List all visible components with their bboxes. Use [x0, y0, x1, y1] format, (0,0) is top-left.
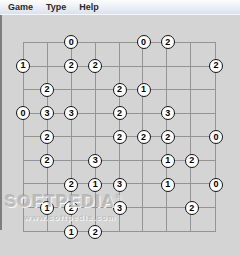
- clue-circle-8-4: 0: [209, 130, 223, 144]
- clue-circle-1-2: 2: [40, 83, 54, 97]
- menu-game[interactable]: Game: [6, 1, 35, 13]
- clue-circle-3-1: 2: [88, 59, 102, 73]
- clue-circle-0-3: 0: [16, 106, 30, 120]
- clue-circle-4-6: 3: [113, 178, 127, 192]
- menu-type[interactable]: Type: [44, 1, 68, 13]
- clue-circle-3-8: 2: [88, 225, 102, 239]
- cell-r2c7[interactable]: [191, 90, 215, 114]
- clue-circle-4-4: 2: [113, 130, 127, 144]
- clue-circle-1-4: 2: [40, 130, 54, 144]
- clue-circle-5-0: 0: [137, 35, 151, 49]
- clue-circle-7-5: 2: [185, 154, 199, 168]
- menu-help[interactable]: Help: [77, 1, 101, 13]
- menu-bar: Game Type Help: [0, 0, 240, 15]
- clue-circle-6-3: 3: [161, 106, 175, 120]
- clue-circle-7-7: 2: [185, 201, 199, 215]
- clue-circle-0-1: 1: [16, 59, 30, 73]
- cell-r7c5[interactable]: [143, 208, 167, 232]
- clue-circle-6-0: 2: [161, 35, 175, 49]
- clue-circle-4-7: 3: [113, 201, 127, 215]
- clue-circle-4-3: 2: [113, 106, 127, 120]
- clue-circle-2-7: 2: [64, 201, 78, 215]
- clue-circle-2-6: 2: [64, 178, 78, 192]
- clue-circle-8-6: 0: [209, 178, 223, 192]
- clue-circle-2-3: 3: [64, 106, 78, 120]
- clue-circle-2-1: 2: [64, 59, 78, 73]
- clue-circle-6-5: 1: [161, 154, 175, 168]
- clue-circle-4-2: 2: [113, 83, 127, 97]
- clue-circle-1-5: 2: [40, 154, 54, 168]
- clue-circle-5-4: 2: [137, 130, 151, 144]
- cell-r1c6[interactable]: [167, 67, 191, 91]
- clue-circle-8-1: 2: [209, 59, 223, 73]
- clue-circle-1-7: 1: [40, 201, 54, 215]
- clue-circle-6-4: 2: [161, 130, 175, 144]
- clue-circle-1-3: 3: [40, 106, 54, 120]
- clue-circle-6-6: 1: [161, 178, 175, 192]
- clue-circle-2-0: 0: [64, 35, 78, 49]
- clue-circle-3-5: 3: [88, 154, 102, 168]
- clue-circle-5-2: 1: [137, 83, 151, 97]
- window-left-border: [0, 15, 2, 230]
- clue-circle-2-8: 1: [64, 225, 78, 239]
- slant-board: 00212222210332322220231221310123212: [23, 42, 216, 232]
- clue-circle-3-6: 1: [88, 178, 102, 192]
